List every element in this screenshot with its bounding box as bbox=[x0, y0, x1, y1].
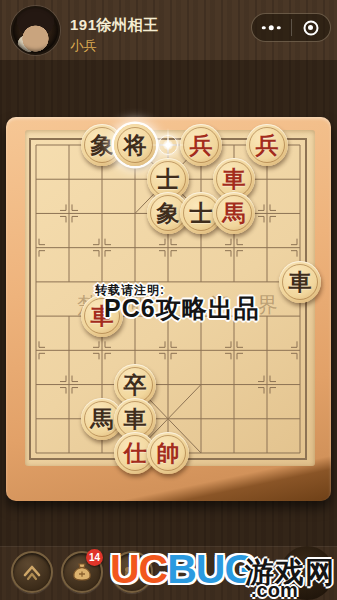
miniprogram-capsule bbox=[251, 13, 331, 42]
piece-label: 象 bbox=[157, 202, 180, 225]
header: 191徐州相王 小兵 bbox=[0, 0, 337, 60]
site-logo-com: .com bbox=[251, 579, 298, 600]
piece-black-将[interactable]: 将 bbox=[114, 124, 156, 166]
watermark-brand: PC6攻略出品 bbox=[104, 292, 260, 325]
piece-red-兵[interactable]: 兵 bbox=[246, 124, 288, 166]
circle-dot-icon bbox=[303, 20, 318, 35]
more-icon bbox=[262, 25, 281, 31]
chevron-up-icon bbox=[19, 559, 45, 585]
piece-label: 帥 bbox=[157, 442, 180, 465]
site-logo: UCBUG bbox=[110, 546, 255, 593]
piece-label: 卒 bbox=[124, 374, 147, 397]
piece-label: 兵 bbox=[190, 134, 213, 157]
level-title: 191徐州相王 bbox=[70, 16, 159, 35]
piece-black-車[interactable]: 車 bbox=[279, 261, 321, 303]
app-window: 191徐州相王 小兵 楚 河汉 界 象将兵兵士車象士馬車車卒馬車仕帥 转载请注明… bbox=[0, 0, 337, 600]
piece-label: 士 bbox=[157, 168, 180, 191]
piece-label: 将 bbox=[124, 134, 147, 157]
more-button[interactable] bbox=[252, 14, 291, 41]
piece-label: 馬 bbox=[91, 408, 114, 431]
piece-label: 車 bbox=[289, 271, 312, 294]
piece-label: 仕 bbox=[124, 442, 147, 465]
player-avatar[interactable] bbox=[11, 6, 60, 55]
piece-red-帥[interactable]: 帥 bbox=[147, 432, 189, 474]
last-move-marker bbox=[156, 133, 180, 157]
rank-label: 小兵 bbox=[70, 37, 97, 55]
piece-label: 車 bbox=[124, 408, 147, 431]
piece-red-兵[interactable]: 兵 bbox=[180, 124, 222, 166]
coin-count-badge: 14 bbox=[86, 549, 103, 566]
minimize-button[interactable] bbox=[292, 14, 331, 41]
piece-label: 象 bbox=[91, 134, 114, 157]
piece-label: 車 bbox=[223, 168, 246, 191]
piece-red-馬[interactable]: 馬 bbox=[213, 192, 255, 234]
piece-label: 士 bbox=[190, 202, 213, 225]
collapse-button[interactable] bbox=[11, 551, 53, 593]
piece-label: 兵 bbox=[256, 134, 279, 157]
piece-label: 馬 bbox=[223, 202, 246, 225]
